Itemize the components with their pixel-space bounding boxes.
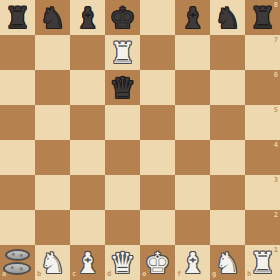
square-b4[interactable] xyxy=(35,140,70,175)
file-label-a: a xyxy=(2,271,6,278)
rock-stone-top xyxy=(5,249,30,261)
square-f6[interactable] xyxy=(175,70,210,105)
square-e7[interactable] xyxy=(140,35,175,70)
rank-label-3: 3 xyxy=(274,177,278,184)
square-g2[interactable] xyxy=(210,210,245,245)
file-label-h: h xyxy=(247,271,251,278)
square-e5[interactable] xyxy=(140,105,175,140)
square-b1[interactable]: ♞b xyxy=(35,245,70,280)
file-label-f: f xyxy=(177,271,181,278)
square-h8[interactable]: ♜8 xyxy=(245,0,280,35)
rank-label-8: 8 xyxy=(274,2,278,9)
file-label-e: e xyxy=(142,271,146,278)
square-d5[interactable] xyxy=(105,105,140,140)
square-f8[interactable]: ♝ xyxy=(175,0,210,35)
square-h7[interactable]: 7 xyxy=(245,35,280,70)
square-b2[interactable] xyxy=(35,210,70,245)
square-e6[interactable] xyxy=(140,70,175,105)
square-a4[interactable] xyxy=(0,140,35,175)
square-f2[interactable] xyxy=(175,210,210,245)
square-a6[interactable] xyxy=(0,70,35,105)
square-g5[interactable] xyxy=(210,105,245,140)
square-c4[interactable] xyxy=(70,140,105,175)
white-rook[interactable]: ♜ xyxy=(105,36,140,71)
square-c3[interactable] xyxy=(70,175,105,210)
square-a2[interactable] xyxy=(0,210,35,245)
rank-label-7: 7 xyxy=(274,37,278,44)
file-label-b: b xyxy=(37,271,41,278)
black-knight[interactable]: ♞ xyxy=(35,1,70,36)
square-b7[interactable] xyxy=(35,35,70,70)
square-b6[interactable] xyxy=(35,70,70,105)
square-d7[interactable]: ♜ xyxy=(105,35,140,70)
square-a7[interactable] xyxy=(0,35,35,70)
square-d8[interactable]: ♚ xyxy=(105,0,140,35)
black-king[interactable]: ♚ xyxy=(105,1,140,36)
square-c5[interactable] xyxy=(70,105,105,140)
square-a8[interactable]: ♜ xyxy=(0,0,35,35)
square-e8[interactable] xyxy=(140,0,175,35)
square-g6[interactable] xyxy=(210,70,245,105)
square-f7[interactable] xyxy=(175,35,210,70)
black-bishop[interactable]: ♝ xyxy=(175,1,210,36)
square-g3[interactable] xyxy=(210,175,245,210)
rock-stone-bottom xyxy=(3,262,31,275)
square-e3[interactable] xyxy=(140,175,175,210)
square-f5[interactable] xyxy=(175,105,210,140)
file-label-c: c xyxy=(72,271,76,278)
square-a3[interactable] xyxy=(0,175,35,210)
square-e4[interactable] xyxy=(140,140,175,175)
rank-label-2: 2 xyxy=(274,212,278,219)
square-h3[interactable]: 3 xyxy=(245,175,280,210)
square-a5[interactable] xyxy=(0,105,35,140)
square-g1[interactable]: ♞g xyxy=(210,245,245,280)
black-knight[interactable]: ♞ xyxy=(210,1,245,36)
square-c8[interactable]: ♝ xyxy=(70,0,105,35)
square-a1[interactable]: a xyxy=(0,245,35,280)
square-c1[interactable]: ♝c xyxy=(70,245,105,280)
square-d4[interactable] xyxy=(105,140,140,175)
square-d6[interactable]: ♛ xyxy=(105,70,140,105)
file-label-g: g xyxy=(212,271,216,278)
square-g7[interactable] xyxy=(210,35,245,70)
chess-board: ♜♞♝♚♝♞♜8♜7♛65432a♞b♝c♛d♚e♝f♞g♜h1 xyxy=(0,0,280,280)
square-b5[interactable] xyxy=(35,105,70,140)
square-d1[interactable]: ♛d xyxy=(105,245,140,280)
square-g4[interactable] xyxy=(210,140,245,175)
black-bishop[interactable]: ♝ xyxy=(70,1,105,36)
square-c2[interactable] xyxy=(70,210,105,245)
rank-label-1: 1 xyxy=(274,247,278,254)
square-f4[interactable] xyxy=(175,140,210,175)
square-d2[interactable] xyxy=(105,210,140,245)
black-queen[interactable]: ♛ xyxy=(105,71,140,106)
file-label-d: d xyxy=(107,271,111,278)
square-h4[interactable]: 4 xyxy=(245,140,280,175)
square-h5[interactable]: 5 xyxy=(245,105,280,140)
black-rook[interactable]: ♜ xyxy=(0,1,35,36)
square-f3[interactable] xyxy=(175,175,210,210)
rank-label-6: 6 xyxy=(274,72,278,79)
square-d3[interactable] xyxy=(105,175,140,210)
square-h1[interactable]: ♜h1 xyxy=(245,245,280,280)
square-b8[interactable]: ♞ xyxy=(35,0,70,35)
square-f1[interactable]: ♝f xyxy=(175,245,210,280)
square-g8[interactable]: ♞ xyxy=(210,0,245,35)
rank-label-5: 5 xyxy=(274,107,278,114)
square-c7[interactable] xyxy=(70,35,105,70)
square-e1[interactable]: ♚e xyxy=(140,245,175,280)
square-h6[interactable]: 6 xyxy=(245,70,280,105)
square-h2[interactable]: 2 xyxy=(245,210,280,245)
square-c6[interactable] xyxy=(70,70,105,105)
square-e2[interactable] xyxy=(140,210,175,245)
square-b3[interactable] xyxy=(35,175,70,210)
rank-label-4: 4 xyxy=(274,142,278,149)
